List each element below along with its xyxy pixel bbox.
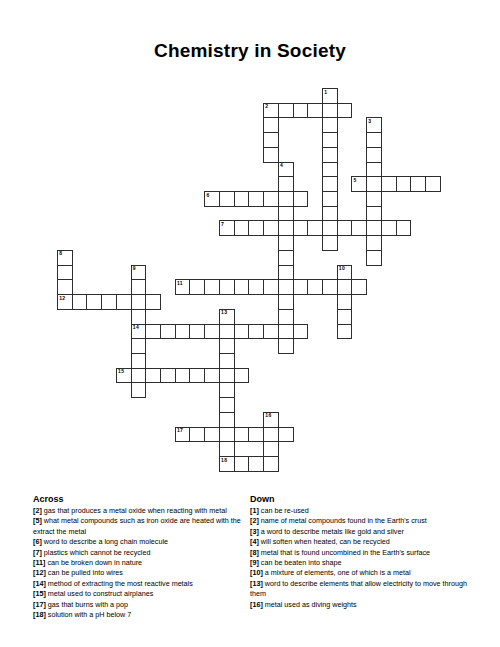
grid-cell xyxy=(263,117,279,133)
grid-cell xyxy=(131,309,147,325)
clue-item: [8] metal that is found uncombined in th… xyxy=(250,548,472,558)
grid-cell xyxy=(278,427,294,443)
grid-cell xyxy=(219,368,235,384)
clue-text: can be broken down in nature xyxy=(45,558,142,567)
clue-number: [6] xyxy=(33,537,42,546)
grid-cell xyxy=(204,279,220,295)
cell-number: 16 xyxy=(265,413,271,419)
grid-cell xyxy=(189,279,205,295)
cell-number: 11 xyxy=(177,281,183,287)
grid-cell xyxy=(278,250,294,266)
grid-cell: 2 xyxy=(263,103,279,119)
clue-text: metal used as diving weights xyxy=(263,600,357,609)
grid-cell: 5 xyxy=(351,176,367,192)
clue-text: name of metal compounds found in the Ear… xyxy=(259,516,427,525)
grid-cell xyxy=(293,191,309,207)
clue-item: [11] can be broken down in nature xyxy=(33,558,252,568)
grid-cell xyxy=(204,427,220,443)
grid-cell xyxy=(189,427,205,443)
across-clue-list: [2] gas that produces a metal oxide when… xyxy=(33,506,252,620)
cell-number: 10 xyxy=(339,266,345,272)
grid-cell xyxy=(366,162,382,178)
clue-item: [6] word to describe a long chain molecu… xyxy=(33,537,252,547)
grid-cell xyxy=(396,220,412,236)
crossword-grid: 123456789101112131415161718 xyxy=(57,88,443,474)
grid-cell xyxy=(351,279,367,295)
grid-cell xyxy=(145,294,161,310)
grid-cell xyxy=(278,324,294,340)
cell-number: 1 xyxy=(324,90,327,96)
grid-cell xyxy=(131,353,147,369)
across-heading: Across xyxy=(33,494,252,504)
grid-cell: 3 xyxy=(366,117,382,133)
clue-item: [3] a word to describe metals like gold … xyxy=(250,527,472,537)
grid-cell xyxy=(234,427,250,443)
grid-cell xyxy=(219,191,235,207)
clue-text: a mixture of elements, one of which is a… xyxy=(263,568,411,577)
grid-cell xyxy=(175,368,191,384)
grid-cell xyxy=(204,368,220,384)
clue-item: [17] gas that burns with a pop xyxy=(33,600,252,610)
grid-cell xyxy=(219,382,235,398)
grid-cell xyxy=(101,294,117,310)
cell-number: 9 xyxy=(133,266,136,272)
grid-cell xyxy=(234,220,250,236)
clue-item: [13] word to describe elements that allo… xyxy=(250,579,472,600)
grid-cell: 18 xyxy=(219,456,235,472)
grid-cell xyxy=(322,117,338,133)
grid-cell xyxy=(131,382,147,398)
clue-number: [2] xyxy=(250,516,259,525)
clue-number: [10] xyxy=(250,568,263,577)
grid-cell xyxy=(381,176,397,192)
clue-number: [8] xyxy=(250,548,259,557)
grid-cell xyxy=(307,279,323,295)
grid-cell xyxy=(263,220,279,236)
grid-cell xyxy=(278,103,294,119)
cell-number: 7 xyxy=(221,222,224,228)
grid-cell xyxy=(425,176,441,192)
clue-number: [4] xyxy=(250,537,259,546)
down-heading: Down xyxy=(250,494,472,504)
clue-number: [15] xyxy=(33,589,46,598)
clue-text: gas that burns with a pop xyxy=(46,600,128,609)
grid-cell: 11 xyxy=(175,279,191,295)
clue-text: method of extracting the most reactive m… xyxy=(46,579,193,588)
grid-cell xyxy=(278,309,294,325)
grid-cell xyxy=(410,176,426,192)
clue-item: [14] method of extracting the most react… xyxy=(33,579,252,589)
grid-cell xyxy=(145,324,161,340)
grid-cell xyxy=(248,220,264,236)
clue-number: [17] xyxy=(33,600,46,609)
grid-cell xyxy=(219,427,235,443)
clue-number: [16] xyxy=(250,600,263,609)
grid-cell xyxy=(337,279,353,295)
puzzle-title: Chemistry in Society xyxy=(0,40,500,62)
grid-cell xyxy=(234,324,250,340)
across-clues-section: Across [2] gas that produces a metal oxi… xyxy=(33,494,252,620)
clue-item: [9] can be beaten into shape xyxy=(250,558,472,568)
clue-item: [5] what metal compounds such as iron ox… xyxy=(33,516,252,537)
grid-cell xyxy=(219,397,235,413)
grid-cell xyxy=(337,324,353,340)
clue-number: [11] xyxy=(33,558,45,567)
grid-cell xyxy=(293,220,309,236)
grid-cell xyxy=(322,132,338,148)
clue-text: can be re-used xyxy=(259,506,309,515)
grid-cell xyxy=(366,147,382,163)
clue-text: will soften when heated, can be recycled xyxy=(259,537,390,546)
grid-cell xyxy=(366,191,382,207)
grid-cell xyxy=(160,368,176,384)
grid-cell xyxy=(263,324,279,340)
grid-cell xyxy=(57,265,73,281)
clue-text: word to describe elements that allow ele… xyxy=(250,579,467,598)
clue-number: [13] xyxy=(250,579,263,588)
grid-cell xyxy=(189,324,205,340)
grid-cell xyxy=(248,279,264,295)
clue-item: [10] a mixture of elements, one of which… xyxy=(250,568,472,578)
grid-cell xyxy=(219,279,235,295)
grid-cell xyxy=(248,324,264,340)
grid-cell xyxy=(307,103,323,119)
grid-cell xyxy=(381,220,397,236)
clue-number: [18] xyxy=(33,610,46,619)
clue-item: [18] solution with a pH below 7 xyxy=(33,610,252,620)
grid-cell xyxy=(263,279,279,295)
grid-cell xyxy=(219,353,235,369)
clue-number: [5] xyxy=(33,516,42,525)
clue-number: [7] xyxy=(33,548,42,557)
grid-cell xyxy=(337,220,353,236)
clue-item: [15] metal used to construct airplanes xyxy=(33,589,252,599)
grid-cell xyxy=(322,206,338,222)
grid-cell xyxy=(263,456,279,472)
grid-cell: 12 xyxy=(57,294,73,310)
cell-number: 18 xyxy=(221,458,227,464)
clue-item: [1] can be re-used xyxy=(250,506,472,516)
grid-cell xyxy=(160,324,176,340)
grid-cell xyxy=(278,235,294,251)
grid-cell xyxy=(57,279,73,295)
grid-cell xyxy=(322,235,338,251)
grid-cell xyxy=(366,206,382,222)
clue-text: solution with a pH below 7 xyxy=(46,610,132,619)
clue-item: [2] name of metal compounds found in the… xyxy=(250,516,472,526)
grid-cell: 10 xyxy=(337,265,353,281)
grid-cell xyxy=(175,324,191,340)
grid-cell xyxy=(396,176,412,192)
grid-cell xyxy=(322,147,338,163)
grid-cell xyxy=(322,162,338,178)
grid-cell xyxy=(248,191,264,207)
grid-cell xyxy=(263,147,279,163)
grid-cell xyxy=(278,206,294,222)
down-clue-list: [1] can be re-used[2] name of metal comp… xyxy=(250,506,472,610)
grid-cell xyxy=(234,368,250,384)
cell-number: 8 xyxy=(59,251,62,257)
clue-text: can be pulled into wires xyxy=(46,568,123,577)
grid-cell xyxy=(219,412,235,428)
clue-number: [14] xyxy=(33,579,46,588)
grid-cell xyxy=(278,265,294,281)
grid-cell: 17 xyxy=(175,427,191,443)
clue-number: [1] xyxy=(250,506,259,515)
clue-item: [2] gas that produces a metal oxide when… xyxy=(33,506,252,516)
clue-number: [2] xyxy=(33,506,42,515)
grid-cell: 6 xyxy=(204,191,220,207)
grid-cell xyxy=(337,103,353,119)
grid-cell xyxy=(293,103,309,119)
grid-cell xyxy=(351,220,367,236)
grid-cell: 8 xyxy=(57,250,73,266)
grid-cell xyxy=(131,294,147,310)
grid-cell xyxy=(116,294,132,310)
grid-cell xyxy=(189,368,205,384)
grid-cell xyxy=(278,279,294,295)
grid-cell xyxy=(72,294,88,310)
grid-cell: 14 xyxy=(131,324,147,340)
cell-number: 17 xyxy=(177,428,183,434)
clue-text: word to describe a long chain molecule xyxy=(42,537,168,546)
grid-cell xyxy=(248,456,264,472)
cell-number: 3 xyxy=(368,119,371,125)
grid-cell xyxy=(131,368,147,384)
cell-number: 5 xyxy=(354,178,357,184)
grid-cell xyxy=(293,279,309,295)
grid-cell: 15 xyxy=(116,368,132,384)
cell-number: 15 xyxy=(118,369,124,375)
grid-cell xyxy=(366,250,382,266)
clue-text: metal used to construct airplanes xyxy=(46,589,153,598)
grid-cell xyxy=(293,324,309,340)
grid-cell xyxy=(219,441,235,457)
cell-number: 6 xyxy=(206,193,209,199)
down-clues-section: Down [1] can be re-used[2] name of metal… xyxy=(250,494,472,610)
grid-cell: 7 xyxy=(219,220,235,236)
grid-cell xyxy=(366,235,382,251)
grid-cell xyxy=(366,132,382,148)
grid-cell xyxy=(219,324,235,340)
cell-number: 12 xyxy=(59,296,65,302)
grid-cell xyxy=(278,294,294,310)
grid-cell xyxy=(204,324,220,340)
grid-cell xyxy=(278,220,294,236)
grid-cell xyxy=(263,427,279,443)
clue-text: plastics which cannot be recycled xyxy=(42,548,151,557)
grid-cell xyxy=(234,456,250,472)
clue-text: a word to describe metals like gold and … xyxy=(259,527,404,536)
grid-cell xyxy=(263,191,279,207)
grid-cell xyxy=(131,279,147,295)
clue-text: gas that produces a metal oxide when rea… xyxy=(42,506,227,515)
grid-cell xyxy=(322,191,338,207)
grid-cell: 4 xyxy=(278,162,294,178)
grid-cell xyxy=(219,338,235,354)
cell-number: 2 xyxy=(265,104,268,110)
clue-number: [12] xyxy=(33,568,46,577)
clue-text: metal that is found uncombined in the Ea… xyxy=(259,548,430,557)
grid-cell xyxy=(278,191,294,207)
grid-cell xyxy=(234,191,250,207)
cell-number: 13 xyxy=(221,310,227,316)
clue-number: [3] xyxy=(250,527,259,536)
grid-cell xyxy=(263,441,279,457)
grid-cell: 1 xyxy=(322,88,338,104)
grid-cell xyxy=(234,279,250,295)
grid-cell xyxy=(322,220,338,236)
grid-cell xyxy=(263,132,279,148)
clue-item: [12] can be pulled into wires xyxy=(33,568,252,578)
grid-cell xyxy=(278,338,294,354)
clue-item: [7] plastics which cannot be recycled xyxy=(33,548,252,558)
puzzle-page: Chemistry in Society 1234567891011121314… xyxy=(0,0,500,647)
grid-cell xyxy=(278,176,294,192)
clue-text: what metal compounds such as iron oxide … xyxy=(33,516,241,535)
grid-cell xyxy=(131,338,147,354)
grid-cell: 13 xyxy=(219,309,235,325)
cell-number: 14 xyxy=(133,325,139,331)
clue-text: can be beaten into shape xyxy=(259,558,342,567)
grid-cell xyxy=(366,176,382,192)
clue-number: [9] xyxy=(250,558,259,567)
grid-cell xyxy=(322,176,338,192)
grid-cell: 16 xyxy=(263,412,279,428)
grid-cell xyxy=(248,427,264,443)
clue-item: [16] metal used as diving weights xyxy=(250,600,472,610)
grid-cell xyxy=(322,103,338,119)
grid-cell xyxy=(337,294,353,310)
clue-item: [4] will soften when heated, can be recy… xyxy=(250,537,472,547)
grid-cell xyxy=(322,279,338,295)
grid-cell xyxy=(337,309,353,325)
cell-number: 4 xyxy=(280,163,283,169)
grid-cell xyxy=(366,220,382,236)
grid-cell xyxy=(145,368,161,384)
grid-cell: 9 xyxy=(131,265,147,281)
grid-cell xyxy=(307,220,323,236)
grid-cell xyxy=(86,294,102,310)
